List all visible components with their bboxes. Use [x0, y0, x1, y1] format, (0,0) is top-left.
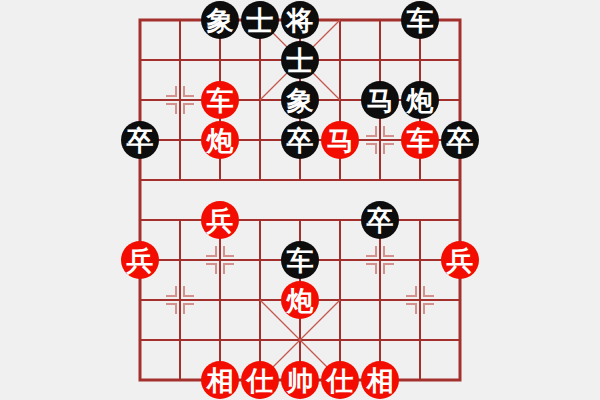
piece-layer: 象士将车士车象马炮卒炮卒马车卒兵卒兵车兵炮相仕帅仕相 [0, 0, 600, 400]
piece-red-advisor[interactable]: 仕 [241, 361, 279, 399]
piece-black-advisor[interactable]: 士 [241, 1, 279, 39]
piece-red-chariot[interactable]: 车 [401, 121, 439, 159]
xiangqi-board-screen: 象士将车士车象马炮卒炮卒马车卒兵卒兵车兵炮相仕帅仕相 [0, 0, 600, 400]
piece-red-soldier[interactable]: 兵 [201, 201, 239, 239]
piece-red-advisor[interactable]: 仕 [321, 361, 359, 399]
piece-black-cannon[interactable]: 炮 [401, 81, 439, 119]
piece-red-cannon[interactable]: 炮 [201, 121, 239, 159]
piece-black-chariot[interactable]: 车 [401, 1, 439, 39]
piece-black-horse[interactable]: 马 [361, 81, 399, 119]
piece-black-soldier[interactable]: 卒 [361, 201, 399, 239]
piece-black-soldier[interactable]: 卒 [441, 121, 479, 159]
piece-black-chariot[interactable]: 车 [281, 241, 319, 279]
piece-red-soldier[interactable]: 兵 [441, 241, 479, 279]
piece-red-elephant[interactable]: 相 [201, 361, 239, 399]
piece-red-general[interactable]: 帅 [281, 361, 319, 399]
piece-black-elephant[interactable]: 象 [201, 1, 239, 39]
piece-black-general[interactable]: 将 [281, 1, 319, 39]
piece-red-soldier[interactable]: 兵 [121, 241, 159, 279]
piece-black-advisor[interactable]: 士 [281, 41, 319, 79]
piece-red-chariot[interactable]: 车 [201, 81, 239, 119]
piece-black-elephant[interactable]: 象 [281, 81, 319, 119]
piece-red-horse[interactable]: 马 [321, 121, 359, 159]
piece-black-soldier[interactable]: 卒 [121, 121, 159, 159]
piece-red-elephant[interactable]: 相 [361, 361, 399, 399]
piece-black-soldier[interactable]: 卒 [281, 121, 319, 159]
piece-red-cannon[interactable]: 炮 [281, 281, 319, 319]
